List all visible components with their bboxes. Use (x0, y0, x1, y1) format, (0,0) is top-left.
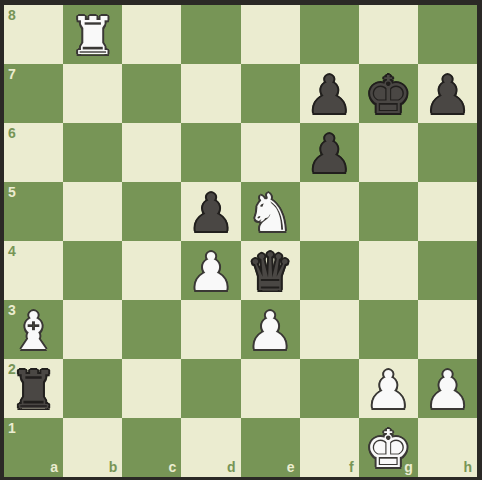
square-e2[interactable] (241, 359, 300, 418)
file-label-e: e (287, 460, 295, 474)
square-d1[interactable]: d (181, 418, 240, 477)
rank-label-4: 4 (8, 244, 16, 258)
square-f3[interactable] (300, 300, 359, 359)
square-e8[interactable] (241, 5, 300, 64)
square-e5[interactable]: ♞ (241, 182, 300, 241)
chess-app-page: 8♜7♟♚♟6♟5♟♞4♟♛3♝♟2♜♟♟1abcdefg♚h (0, 0, 482, 480)
square-h8[interactable] (418, 5, 477, 64)
rank-label-5: 5 (8, 185, 16, 199)
piece-white-rook[interactable]: ♜ (69, 10, 116, 62)
piece-black-rook[interactable]: ♜ (10, 364, 57, 416)
square-d6[interactable] (181, 123, 240, 182)
square-e3[interactable]: ♟ (241, 300, 300, 359)
square-f5[interactable] (300, 182, 359, 241)
square-b4[interactable] (63, 241, 122, 300)
square-g5[interactable] (359, 182, 418, 241)
square-c6[interactable] (122, 123, 181, 182)
rank-label-2: 2 (8, 362, 16, 376)
square-a7[interactable]: 7 (4, 64, 63, 123)
square-h1[interactable]: h (418, 418, 477, 477)
rank-label-6: 6 (8, 126, 16, 140)
square-g7[interactable]: ♚ (359, 64, 418, 123)
square-d2[interactable] (181, 359, 240, 418)
square-g6[interactable] (359, 123, 418, 182)
square-c3[interactable] (122, 300, 181, 359)
square-a1[interactable]: 1a (4, 418, 63, 477)
square-d5[interactable]: ♟ (181, 182, 240, 241)
square-g8[interactable] (359, 5, 418, 64)
piece-black-pawn[interactable]: ♟ (306, 128, 353, 180)
square-f8[interactable] (300, 5, 359, 64)
square-h5[interactable] (418, 182, 477, 241)
rank-label-3: 3 (8, 303, 16, 317)
piece-white-pawn[interactable]: ♟ (424, 364, 471, 416)
piece-white-king[interactable]: ♚ (365, 423, 412, 475)
square-d4[interactable]: ♟ (181, 241, 240, 300)
square-f2[interactable] (300, 359, 359, 418)
square-a5[interactable]: 5 (4, 182, 63, 241)
square-h4[interactable] (418, 241, 477, 300)
piece-white-pawn[interactable]: ♟ (188, 246, 235, 298)
square-f4[interactable] (300, 241, 359, 300)
piece-black-pawn[interactable]: ♟ (424, 69, 471, 121)
square-c2[interactable] (122, 359, 181, 418)
square-h3[interactable] (418, 300, 477, 359)
square-b5[interactable] (63, 182, 122, 241)
square-a6[interactable]: 6 (4, 123, 63, 182)
file-label-h: h (463, 460, 472, 474)
file-label-d: d (227, 460, 236, 474)
square-a2[interactable]: 2♜ (4, 359, 63, 418)
square-g4[interactable] (359, 241, 418, 300)
square-g1[interactable]: g♚ (359, 418, 418, 477)
square-b6[interactable] (63, 123, 122, 182)
file-label-b: b (109, 460, 118, 474)
rank-label-1: 1 (8, 421, 16, 435)
square-c7[interactable] (122, 64, 181, 123)
square-a3[interactable]: 3♝ (4, 300, 63, 359)
square-g3[interactable] (359, 300, 418, 359)
piece-black-pawn[interactable]: ♟ (306, 69, 353, 121)
chess-board: 8♜7♟♚♟6♟5♟♞4♟♛3♝♟2♜♟♟1abcdefg♚h (4, 5, 477, 477)
file-label-g: g (404, 460, 413, 474)
piece-white-pawn[interactable]: ♟ (365, 364, 412, 416)
square-e1[interactable]: e (241, 418, 300, 477)
square-e7[interactable] (241, 64, 300, 123)
piece-white-knight[interactable]: ♞ (247, 187, 294, 239)
square-h6[interactable] (418, 123, 477, 182)
square-h7[interactable]: ♟ (418, 64, 477, 123)
square-g2[interactable]: ♟ (359, 359, 418, 418)
piece-white-bishop[interactable]: ♝ (10, 305, 57, 357)
square-d7[interactable] (181, 64, 240, 123)
square-b3[interactable] (63, 300, 122, 359)
square-e6[interactable] (241, 123, 300, 182)
piece-white-pawn[interactable]: ♟ (247, 305, 294, 357)
square-c5[interactable] (122, 182, 181, 241)
square-f7[interactable]: ♟ (300, 64, 359, 123)
rank-label-8: 8 (8, 8, 16, 22)
piece-black-king[interactable]: ♚ (365, 69, 412, 121)
square-b7[interactable] (63, 64, 122, 123)
piece-black-pawn[interactable]: ♟ (188, 187, 235, 239)
square-a4[interactable]: 4 (4, 241, 63, 300)
piece-black-queen[interactable]: ♛ (247, 246, 294, 298)
square-b1[interactable]: b (63, 418, 122, 477)
square-c8[interactable] (122, 5, 181, 64)
square-f1[interactable]: f (300, 418, 359, 477)
square-e4[interactable]: ♛ (241, 241, 300, 300)
square-b8[interactable]: ♜ (63, 5, 122, 64)
rank-label-7: 7 (8, 67, 16, 81)
square-c1[interactable]: c (122, 418, 181, 477)
file-label-f: f (349, 460, 354, 474)
square-b2[interactable] (63, 359, 122, 418)
square-h2[interactable]: ♟ (418, 359, 477, 418)
square-a8[interactable]: 8 (4, 5, 63, 64)
file-label-a: a (50, 460, 58, 474)
square-d8[interactable] (181, 5, 240, 64)
square-c4[interactable] (122, 241, 181, 300)
square-d3[interactable] (181, 300, 240, 359)
square-f6[interactable]: ♟ (300, 123, 359, 182)
file-label-c: c (169, 460, 177, 474)
